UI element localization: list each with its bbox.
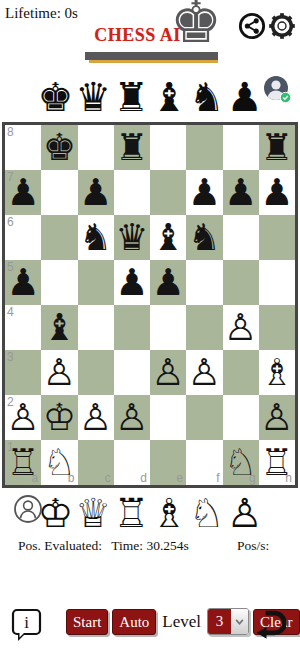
level-select[interactable]: 3: [207, 608, 249, 635]
white-pawn: ♙: [115, 395, 148, 440]
square-h2[interactable]: ♙: [259, 395, 295, 440]
black-pawn: ♟: [188, 170, 221, 215]
black-rook: ♜: [260, 125, 293, 170]
square-g1[interactable]: g♘: [223, 440, 259, 485]
tray-black-bishop[interactable]: ♝: [151, 76, 187, 118]
square-e8[interactable]: [150, 125, 186, 170]
white-pawn: ♙: [79, 395, 112, 440]
square-h7[interactable]: ♟: [259, 170, 295, 215]
black-pawn: ♟: [260, 170, 293, 215]
black-pawn: ♟: [79, 170, 112, 215]
square-d1[interactable]: d: [114, 440, 150, 485]
start-button[interactable]: Start: [66, 609, 108, 635]
black-pawn: ♟: [7, 260, 40, 305]
square-b3[interactable]: ♙: [41, 350, 77, 395]
rank-label-6: 6: [7, 215, 14, 229]
square-c4[interactable]: [78, 305, 114, 350]
square-e5[interactable]: ♟: [150, 260, 186, 305]
black-piece-tray: ♚♛♜♝♞♟: [0, 72, 300, 118]
white-pawn: ♙: [224, 305, 257, 350]
square-a3[interactable]: 3: [5, 350, 41, 395]
square-a1[interactable]: 1a♖: [5, 440, 41, 485]
tray-white-queen[interactable]: ♕: [75, 492, 111, 534]
chess-ai-app: Lifetime: 0s CHESS AI ♚: [0, 0, 300, 649]
square-b4[interactable]: ♝: [41, 305, 77, 350]
square-d4[interactable]: [114, 305, 150, 350]
square-e4[interactable]: [150, 305, 186, 350]
black-rook: ♜: [115, 125, 148, 170]
square-f1[interactable]: f: [186, 440, 222, 485]
square-c1[interactable]: c: [78, 440, 114, 485]
app-logo: CHESS AI ♚: [85, 0, 218, 66]
black-knight: ♞: [188, 215, 221, 260]
square-d3[interactable]: [114, 350, 150, 395]
control-bar: i Start Auto Level 3 Clear: [0, 604, 300, 644]
square-b6[interactable]: [41, 215, 77, 260]
square-c3[interactable]: [78, 350, 114, 395]
rank-label-8: 8: [7, 125, 14, 139]
black-pawn: ♟: [224, 170, 257, 215]
square-c8[interactable]: [78, 125, 114, 170]
square-e2[interactable]: [150, 395, 186, 440]
tray-black-knight[interactable]: ♞: [189, 76, 225, 118]
white-knight: ♘: [224, 440, 257, 485]
square-d6[interactable]: ♛: [114, 215, 150, 260]
settings-gear-icon[interactable]: [268, 12, 296, 40]
chess-board: 8♚♜♜7♟♟♟♟♟6♞♛♝♞5♟♟♟4♝♙3♙♙♙♗2♙♔♙♙♙1a♖b♘cd…: [2, 122, 298, 488]
positions-evaluated-label: Pos. Evaluated:: [18, 538, 102, 554]
time-label: Time: 30.254s: [111, 538, 189, 554]
square-f6[interactable]: ♞: [186, 215, 222, 260]
white-pawn: ♙: [260, 395, 293, 440]
square-a5[interactable]: 5♟: [5, 260, 41, 305]
white-knight: ♘: [43, 440, 76, 485]
square-b1[interactable]: b♘: [41, 440, 77, 485]
square-g7[interactable]: ♟: [223, 170, 259, 215]
square-b8[interactable]: ♚: [41, 125, 77, 170]
square-f7[interactable]: ♟: [186, 170, 222, 215]
square-g2[interactable]: [223, 395, 259, 440]
square-b5[interactable]: [41, 260, 77, 305]
tray-black-queen[interactable]: ♛: [75, 76, 111, 118]
tray-white-bishop[interactable]: ♗: [151, 492, 187, 534]
square-d7[interactable]: [114, 170, 150, 215]
undo-arrow-icon[interactable]: [252, 606, 290, 640]
white-piece-tray: ♔♕♖♗♘♙: [0, 490, 300, 534]
file-label-c: c: [105, 471, 111, 485]
square-g8[interactable]: [223, 125, 259, 170]
square-e7[interactable]: [150, 170, 186, 215]
share-icon[interactable]: [238, 12, 266, 40]
black-knight: ♞: [79, 215, 112, 260]
file-label-e: e: [177, 471, 184, 485]
square-d2[interactable]: ♙: [114, 395, 150, 440]
tray-black-king[interactable]: ♚: [37, 76, 73, 118]
level-selected-value: 3: [208, 609, 231, 634]
square-e3[interactable]: ♙: [150, 350, 186, 395]
square-f4[interactable]: [186, 305, 222, 350]
square-a4[interactable]: 4: [5, 305, 41, 350]
square-c2[interactable]: ♙: [78, 395, 114, 440]
rank-label-3: 3: [7, 350, 14, 364]
black-king: ♚: [43, 125, 76, 170]
square-h5[interactable]: [259, 260, 295, 305]
logo-king-icon: ♚: [170, 0, 222, 60]
black-pawn: ♟: [7, 170, 40, 215]
black-pawn: ♟: [152, 260, 185, 305]
black-queen: ♛: [115, 215, 148, 260]
square-c7[interactable]: ♟: [78, 170, 114, 215]
black-bishop: ♝: [43, 305, 76, 350]
square-e6[interactable]: ♝: [150, 215, 186, 260]
lifetime-label: Lifetime: 0s: [5, 5, 78, 22]
logo-gold-underline: [89, 60, 218, 63]
square-d5[interactable]: ♟: [114, 260, 150, 305]
white-rook: ♖: [7, 440, 40, 485]
white-king: ♔: [43, 395, 76, 440]
header: Lifetime: 0s CHESS AI ♚: [0, 0, 300, 70]
square-c6[interactable]: ♞: [78, 215, 114, 260]
square-g6[interactable]: [223, 215, 259, 260]
square-a6[interactable]: 6: [5, 215, 41, 260]
white-pawn: ♙: [152, 350, 185, 395]
white-pawn: ♙: [188, 350, 221, 395]
square-f2[interactable]: [186, 395, 222, 440]
player-avatar-outline[interactable]: [13, 494, 43, 524]
black-bishop: ♝: [152, 215, 185, 260]
square-g4[interactable]: ♙: [223, 305, 259, 350]
square-a2[interactable]: 2♙: [5, 395, 41, 440]
square-g3[interactable]: [223, 350, 259, 395]
square-h8[interactable]: ♜: [259, 125, 295, 170]
positions-per-second-label: Pos/s:: [237, 538, 269, 554]
chevron-down-icon: [231, 609, 248, 634]
tray-black-pawn[interactable]: ♟: [227, 76, 263, 118]
level-label: Level: [162, 612, 201, 632]
square-h4[interactable]: [259, 305, 295, 350]
square-h3[interactable]: ♗: [259, 350, 295, 395]
square-b7[interactable]: [41, 170, 77, 215]
square-e1[interactable]: e: [150, 440, 186, 485]
file-label-d: d: [140, 471, 147, 485]
square-c5[interactable]: [78, 260, 114, 305]
square-b2[interactable]: ♔: [41, 395, 77, 440]
square-f8[interactable]: [186, 125, 222, 170]
logo-pedestal-bar: [85, 52, 218, 60]
tray-white-knight[interactable]: ♘: [189, 492, 225, 534]
svg-text:i: i: [24, 613, 29, 632]
rank-label-4: 4: [7, 305, 14, 319]
white-pawn: ♙: [7, 395, 40, 440]
square-d8[interactable]: ♜: [114, 125, 150, 170]
square-a7[interactable]: 7♟: [5, 170, 41, 215]
square-f5[interactable]: [186, 260, 222, 305]
engine-stats: Pos. Evaluated: Time: 30.254s Pos/s:: [0, 538, 300, 556]
square-f3[interactable]: ♙: [186, 350, 222, 395]
square-h6[interactable]: [259, 215, 295, 260]
player-avatar-verified[interactable]: [262, 75, 292, 105]
black-pawn: ♟: [115, 260, 148, 305]
square-g5[interactable]: [223, 260, 259, 305]
auto-button[interactable]: Auto: [112, 609, 156, 635]
info-speech-bubble-icon[interactable]: i: [9, 606, 45, 644]
square-a8[interactable]: 8: [5, 125, 41, 170]
tray-black-rook[interactable]: ♜: [113, 76, 149, 118]
square-h1[interactable]: h♖: [259, 440, 295, 485]
tray-white-pawn[interactable]: ♙: [227, 492, 263, 534]
white-rook: ♖: [260, 440, 293, 485]
file-label-f: f: [216, 471, 219, 485]
white-bishop: ♗: [260, 350, 293, 395]
white-pawn: ♙: [43, 350, 76, 395]
tray-white-rook[interactable]: ♖: [113, 492, 149, 534]
